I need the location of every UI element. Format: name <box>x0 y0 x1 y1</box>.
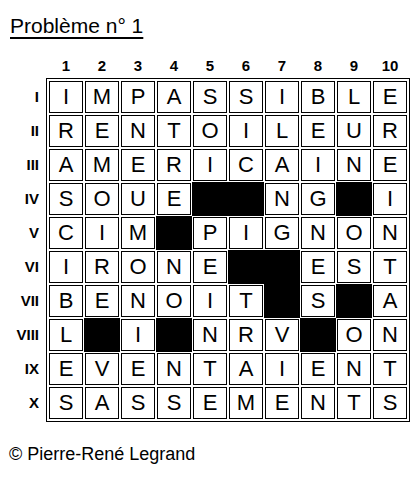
cell-I-3[interactable]: P <box>121 81 155 113</box>
cell-X-6[interactable]: M <box>229 387 263 419</box>
cell-V-3[interactable]: M <box>121 217 155 249</box>
cell-V-2[interactable]: I <box>85 217 119 249</box>
row-label-X: X <box>6 387 46 419</box>
cell-V-7[interactable]: G <box>265 217 299 249</box>
cell-IV-7[interactable]: N <box>265 183 299 215</box>
row-label-IX: IX <box>6 353 46 385</box>
cell-IV-4[interactable]: E <box>157 183 191 215</box>
cell-VIII-10[interactable]: N <box>373 319 407 351</box>
cell-VIII-6[interactable]: R <box>229 319 263 351</box>
col-label-3: 3 <box>121 57 155 78</box>
cell-IV-1[interactable]: S <box>49 183 83 215</box>
cell-I-7[interactable]: I <box>265 81 299 113</box>
cell-II-2[interactable]: E <box>85 115 119 147</box>
row-label-V: V <box>6 217 46 249</box>
cell-IV-2[interactable]: O <box>85 183 119 215</box>
cell-III-8[interactable]: I <box>301 149 335 181</box>
cell-IV-10[interactable]: I <box>373 183 407 215</box>
black-cell-VI-6 <box>229 251 263 283</box>
cell-I-10[interactable]: E <box>373 81 407 113</box>
col-label-1: 1 <box>49 57 83 78</box>
cell-IX-10[interactable]: T <box>373 353 407 385</box>
cell-IX-7[interactable]: I <box>265 353 299 385</box>
cell-VII-4[interactable]: O <box>157 285 191 317</box>
col-label-4: 4 <box>157 57 191 78</box>
cell-II-4[interactable]: T <box>157 115 191 147</box>
cell-III-10[interactable]: E <box>373 149 407 181</box>
cell-III-2[interactable]: M <box>85 149 119 181</box>
row-label-VII: VII <box>6 285 46 317</box>
cell-VII-10[interactable]: A <box>373 285 407 317</box>
cell-X-8[interactable]: N <box>301 387 335 419</box>
cell-IX-9[interactable]: N <box>337 353 371 385</box>
row-label-IV: IV <box>6 183 46 215</box>
black-cell-VIII-2 <box>85 319 119 351</box>
column-labels: 12345678910 <box>46 52 410 78</box>
cell-II-5[interactable]: O <box>193 115 227 147</box>
col-label-7: 7 <box>265 57 299 78</box>
col-label-5: 5 <box>193 57 227 78</box>
black-cell-VIII-8 <box>301 319 335 351</box>
cell-VII-5[interactable]: I <box>193 285 227 317</box>
cell-IX-3[interactable]: E <box>121 353 155 385</box>
cell-X-5[interactable]: E <box>193 387 227 419</box>
cell-III-4[interactable]: R <box>157 149 191 181</box>
cell-X-10[interactable]: S <box>373 387 407 419</box>
row-label-II: II <box>6 115 46 147</box>
black-cell-VII-7 <box>265 285 299 317</box>
cell-VIII-7[interactable]: V <box>265 319 299 351</box>
cell-VI-8[interactable]: E <box>301 251 335 283</box>
cell-VII-2[interactable]: E <box>85 285 119 317</box>
cell-II-10[interactable]: R <box>373 115 407 147</box>
cell-I-2[interactable]: M <box>85 81 119 113</box>
cell-X-1[interactable]: S <box>49 387 83 419</box>
cell-V-1[interactable]: C <box>49 217 83 249</box>
black-cell-VIII-4 <box>157 319 191 351</box>
cell-VII-6[interactable]: T <box>229 285 263 317</box>
cell-I-1[interactable]: I <box>49 81 83 113</box>
col-label-6: 6 <box>229 57 263 78</box>
cell-VII-1[interactable]: B <box>49 285 83 317</box>
board-corner-spacer <box>6 52 46 78</box>
cell-IX-1[interactable]: E <box>49 353 83 385</box>
cell-III-5[interactable]: I <box>193 149 227 181</box>
row-label-III: III <box>6 149 46 181</box>
cell-VI-1[interactable]: I <box>49 251 83 283</box>
cell-III-1[interactable]: A <box>49 149 83 181</box>
cell-VI-4[interactable]: N <box>157 251 191 283</box>
row-labels: IIIIIIIVVVIVIIVIIIIXX <box>6 78 46 422</box>
black-cell-V-4 <box>157 217 191 249</box>
crossword-grid: IMPASSIBLERENTOILEURAMERICAINESOUENGICIM… <box>46 78 410 422</box>
cell-III-9[interactable]: N <box>337 149 371 181</box>
black-cell-IV-6 <box>229 183 263 215</box>
cell-V-6[interactable]: I <box>229 217 263 249</box>
black-cell-VII-9 <box>337 285 371 317</box>
cell-X-3[interactable]: S <box>121 387 155 419</box>
cell-II-1[interactable]: R <box>49 115 83 147</box>
row-label-VI: VI <box>6 251 46 283</box>
cell-I-4[interactable]: A <box>157 81 191 113</box>
cell-VIII-3[interactable]: I <box>121 319 155 351</box>
row-label-I: I <box>6 81 46 113</box>
cell-IX-6[interactable]: A <box>229 353 263 385</box>
cell-X-9[interactable]: T <box>337 387 371 419</box>
cell-IX-4[interactable]: N <box>157 353 191 385</box>
cell-II-9[interactable]: U <box>337 115 371 147</box>
cell-X-2[interactable]: A <box>85 387 119 419</box>
cell-IV-8[interactable]: G <box>301 183 335 215</box>
cell-III-3[interactable]: E <box>121 149 155 181</box>
cell-VI-9[interactable]: S <box>337 251 371 283</box>
cell-VII-8[interactable]: S <box>301 285 335 317</box>
col-label-2: 2 <box>85 57 119 78</box>
cell-I-6[interactable]: S <box>229 81 263 113</box>
cell-VII-3[interactable]: N <box>121 285 155 317</box>
cell-VI-10[interactable]: T <box>373 251 407 283</box>
cell-I-9[interactable]: L <box>337 81 371 113</box>
cell-VIII-9[interactable]: O <box>337 319 371 351</box>
cell-I-5[interactable]: S <box>193 81 227 113</box>
cell-V-10[interactable]: N <box>373 217 407 249</box>
cell-III-7[interactable]: A <box>265 149 299 181</box>
cell-V-9[interactable]: O <box>337 217 371 249</box>
cell-II-8[interactable]: E <box>301 115 335 147</box>
cell-VIII-5[interactable]: N <box>193 319 227 351</box>
cell-V-8[interactable]: N <box>301 217 335 249</box>
col-label-9: 9 <box>337 57 371 78</box>
cell-V-5[interactable]: P <box>193 217 227 249</box>
col-label-8: 8 <box>301 57 335 78</box>
cell-IX-2[interactable]: V <box>85 353 119 385</box>
puzzle-title: Problème n° 1 <box>10 14 420 38</box>
row-label-VIII: VIII <box>6 319 46 351</box>
crossword-board-area: 12345678910 IIIIIIIVVVIVIIVIIIIXX IMPASS… <box>6 52 410 422</box>
cell-VI-3[interactable]: O <box>121 251 155 283</box>
author-credit: © Pierre-René Legrand <box>9 444 420 465</box>
cell-VIII-1[interactable]: L <box>49 319 83 351</box>
col-label-10: 10 <box>373 57 407 78</box>
black-cell-VI-7 <box>265 251 299 283</box>
cell-X-4[interactable]: S <box>157 387 191 419</box>
cell-VI-5[interactable]: E <box>193 251 227 283</box>
cell-IX-8[interactable]: E <box>301 353 335 385</box>
cell-X-7[interactable]: E <box>265 387 299 419</box>
cell-III-6[interactable]: C <box>229 149 263 181</box>
black-cell-IV-9 <box>337 183 371 215</box>
cell-II-6[interactable]: I <box>229 115 263 147</box>
black-cell-IV-5 <box>193 183 227 215</box>
cell-I-8[interactable]: B <box>301 81 335 113</box>
cell-II-7[interactable]: L <box>265 115 299 147</box>
cell-IX-5[interactable]: T <box>193 353 227 385</box>
cell-II-3[interactable]: N <box>121 115 155 147</box>
cell-IV-3[interactable]: U <box>121 183 155 215</box>
cell-VI-2[interactable]: R <box>85 251 119 283</box>
